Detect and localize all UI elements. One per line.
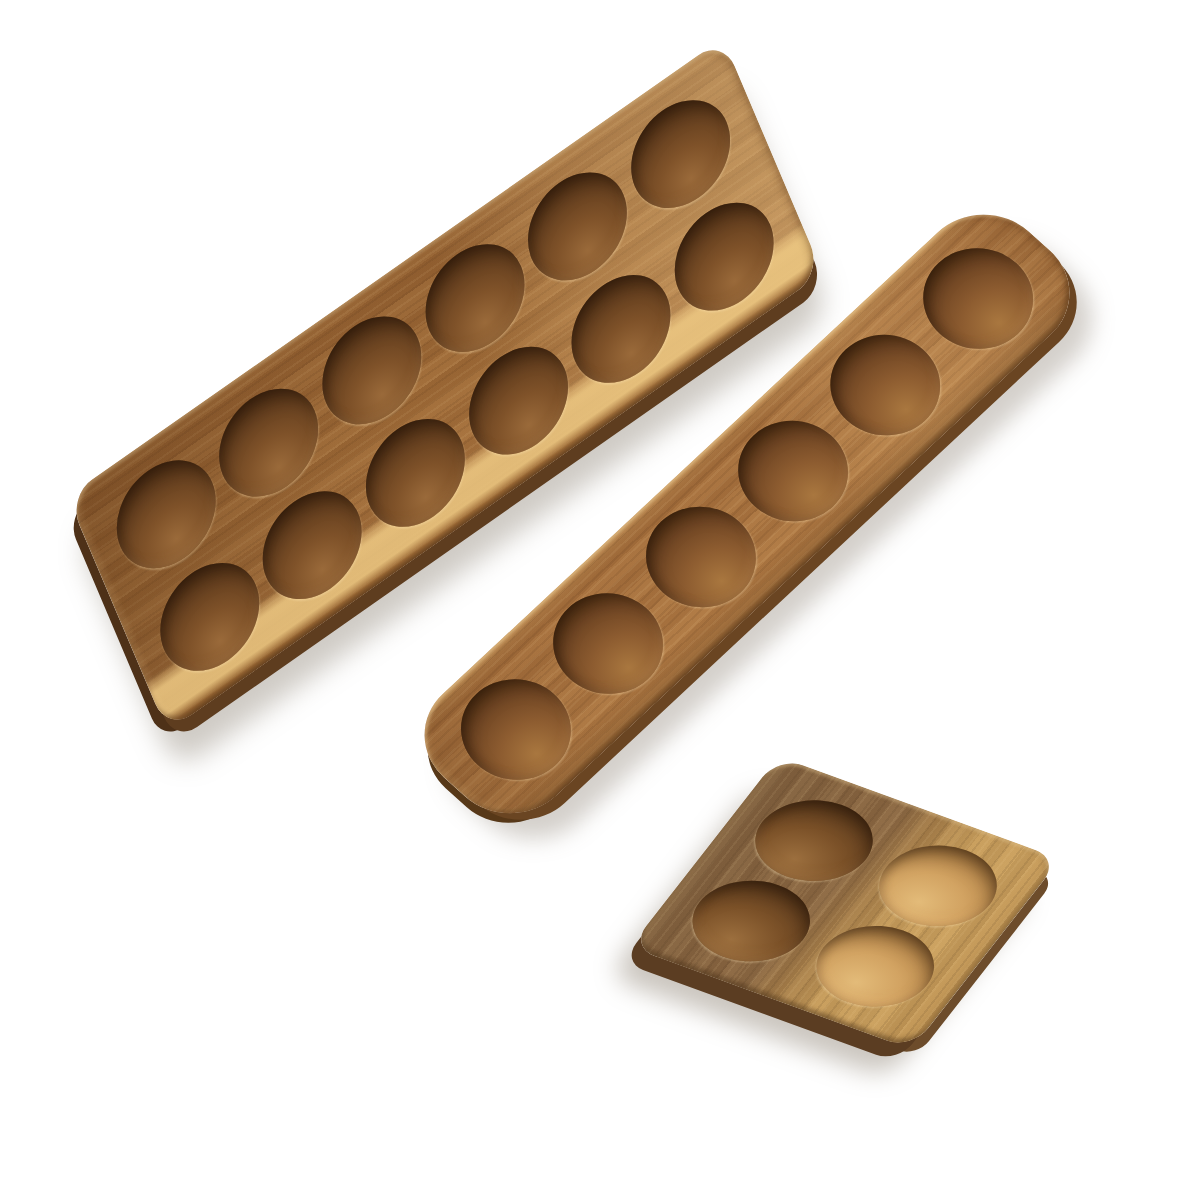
pit-board-medium-r1c1[interactable] — [438, 658, 593, 800]
scene-white-backdrop — [0, 0, 1200, 1200]
pit-board-small-r2c2[interactable] — [796, 911, 955, 1020]
pit-board-medium-r1c3[interactable] — [623, 486, 778, 628]
pit-board-medium-r1c5[interactable] — [808, 314, 963, 456]
pit-board-small-r1c2[interactable] — [859, 831, 1018, 940]
pit-board-medium-r1c6[interactable] — [900, 228, 1055, 370]
pit-board-medium-r1c2[interactable] — [531, 572, 686, 714]
pit-board-small-r2c1[interactable] — [672, 866, 831, 975]
pit-board-medium-r1c4[interactable] — [716, 400, 871, 542]
pit-board-small-r1c1[interactable] — [735, 786, 894, 895]
mancala-board-4-pit — [630, 756, 1061, 1049]
